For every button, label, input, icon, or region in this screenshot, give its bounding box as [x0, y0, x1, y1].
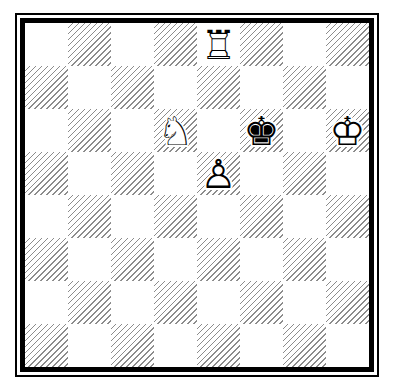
- square-h6: ♚♔: [326, 109, 369, 152]
- square-a4: [25, 195, 68, 238]
- white-knight-piece: ♘: [154, 109, 197, 152]
- square-g2: [283, 281, 326, 324]
- square-c3: [111, 238, 154, 281]
- white-pawn-halo: ♟: [197, 152, 240, 195]
- white-rook-piece: ♖: [197, 23, 240, 66]
- square-e1: [197, 324, 240, 367]
- square-f1: [240, 324, 283, 367]
- chess-board: ♜♖♞♘♚♚♚♔♟♙: [25, 23, 369, 367]
- square-b3: [68, 238, 111, 281]
- square-h8: [326, 23, 369, 66]
- black-king-piece: ♚: [240, 109, 283, 152]
- square-f4: [240, 195, 283, 238]
- white-rook-halo: ♜: [197, 23, 240, 66]
- square-b2: [68, 281, 111, 324]
- square-b4: [68, 195, 111, 238]
- square-h1: [326, 324, 369, 367]
- square-h2: [326, 281, 369, 324]
- square-e7: [197, 66, 240, 109]
- square-d5: [154, 152, 197, 195]
- square-f5: [240, 152, 283, 195]
- chess-diagram: ♜♖♞♘♚♚♚♔♟♙: [0, 0, 394, 390]
- square-e3: [197, 238, 240, 281]
- square-d3: [154, 238, 197, 281]
- square-c8: [111, 23, 154, 66]
- black-king-halo: ♚: [240, 109, 283, 152]
- square-g4: [283, 195, 326, 238]
- square-b7: [68, 66, 111, 109]
- square-d2: [154, 281, 197, 324]
- square-e8: ♜♖: [197, 23, 240, 66]
- square-g3: [283, 238, 326, 281]
- square-b8: [68, 23, 111, 66]
- square-b5: [68, 152, 111, 195]
- square-f2: [240, 281, 283, 324]
- square-g6: [283, 109, 326, 152]
- square-a5: [25, 152, 68, 195]
- square-h3: [326, 238, 369, 281]
- board-inner-frame: ♜♖♞♘♚♚♚♔♟♙: [20, 18, 374, 372]
- square-h7: [326, 66, 369, 109]
- square-f8: [240, 23, 283, 66]
- square-a8: [25, 23, 68, 66]
- square-a3: [25, 238, 68, 281]
- square-d1: [154, 324, 197, 367]
- white-knight-halo: ♞: [154, 109, 197, 152]
- square-d6: ♞♘: [154, 109, 197, 152]
- square-c4: [111, 195, 154, 238]
- square-b1: [68, 324, 111, 367]
- square-c6: [111, 109, 154, 152]
- square-a1: [25, 324, 68, 367]
- square-b6: [68, 109, 111, 152]
- square-f7: [240, 66, 283, 109]
- white-king-piece: ♔: [326, 109, 369, 152]
- white-king-halo: ♚: [326, 109, 369, 152]
- square-c1: [111, 324, 154, 367]
- square-f6: ♚♚: [240, 109, 283, 152]
- square-h5: [326, 152, 369, 195]
- square-c2: [111, 281, 154, 324]
- square-g8: [283, 23, 326, 66]
- square-e2: [197, 281, 240, 324]
- square-a6: [25, 109, 68, 152]
- square-c5: [111, 152, 154, 195]
- square-f3: [240, 238, 283, 281]
- square-d7: [154, 66, 197, 109]
- square-e4: [197, 195, 240, 238]
- square-e6: [197, 109, 240, 152]
- square-e5: ♟♙: [197, 152, 240, 195]
- square-g1: [283, 324, 326, 367]
- square-a2: [25, 281, 68, 324]
- white-pawn-piece: ♙: [197, 152, 240, 195]
- board-outer-frame: ♜♖♞♘♚♚♚♔♟♙: [15, 13, 379, 377]
- square-d4: [154, 195, 197, 238]
- square-h4: [326, 195, 369, 238]
- square-a7: [25, 66, 68, 109]
- square-c7: [111, 66, 154, 109]
- square-g5: [283, 152, 326, 195]
- square-d8: [154, 23, 197, 66]
- square-g7: [283, 66, 326, 109]
